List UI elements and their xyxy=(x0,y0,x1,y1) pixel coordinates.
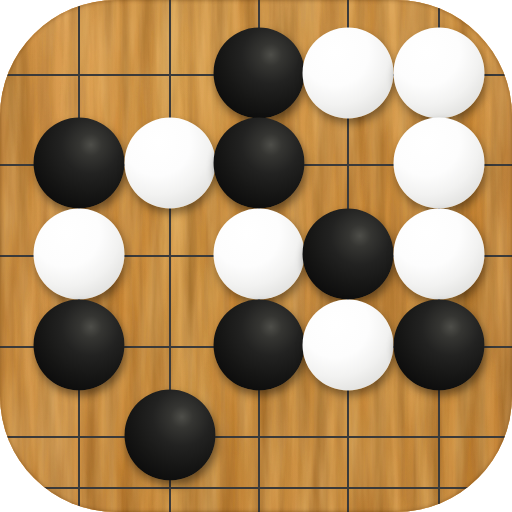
black-stone-r0c2 xyxy=(214,28,305,119)
screenshot-background xyxy=(0,0,512,512)
white-stone-r1c1 xyxy=(125,118,216,209)
white-stone-r2c4 xyxy=(394,209,485,300)
white-stone-r0c4 xyxy=(394,28,485,119)
go-board-icon[interactable] xyxy=(0,0,512,512)
white-stone-r1c4 xyxy=(394,118,485,209)
black-stone-r3c4 xyxy=(394,300,485,391)
white-stone-r0c3 xyxy=(303,28,394,119)
white-stone-r3c3 xyxy=(303,300,394,391)
black-stone-r4c1 xyxy=(125,390,216,481)
black-stone-r1c2 xyxy=(214,118,305,209)
white-stone-r2c2 xyxy=(214,209,305,300)
black-stone-r2c3 xyxy=(303,209,394,300)
white-stone-r2c0 xyxy=(34,209,125,300)
black-stone-r1c0 xyxy=(34,118,125,209)
black-stone-r3c0 xyxy=(34,300,125,391)
grid-line-horizontal-4 xyxy=(0,436,512,438)
black-stone-r3c2 xyxy=(214,300,305,391)
board-edge-line xyxy=(0,487,512,489)
